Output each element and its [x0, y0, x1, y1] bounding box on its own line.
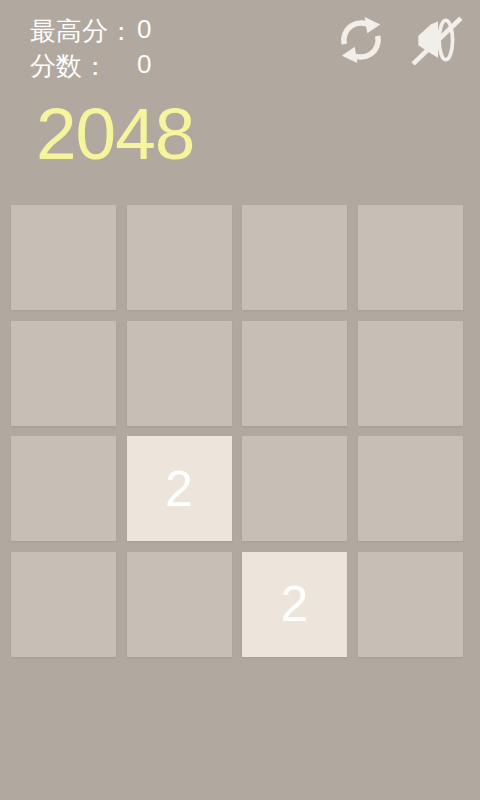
board-cell-r3c3 — [358, 552, 463, 657]
board-cell-r1c0 — [11, 321, 116, 426]
game-board[interactable]: 2 2 — [11, 205, 463, 657]
board-cell-r2c1: 2 — [127, 436, 232, 541]
scoreboard: 最高分： 0 分数： 0 — [30, 14, 250, 84]
best-score-row: 最高分： 0 — [30, 14, 250, 49]
board-cell-r3c2: 2 — [242, 552, 347, 657]
board-cell-r0c0 — [11, 205, 116, 310]
refresh-icon — [336, 15, 386, 65]
board-cell-r0c3 — [358, 205, 463, 310]
board-cell-r1c2 — [242, 321, 347, 426]
game-title: 2048 — [36, 97, 194, 170]
board-cell-r3c1 — [127, 552, 232, 657]
mute-button[interactable] — [410, 13, 464, 67]
board-cell-r3c0 — [11, 552, 116, 657]
sound-off-icon — [410, 13, 464, 67]
current-score-label: 分数： — [30, 49, 108, 84]
board-cell-r2c0 — [11, 436, 116, 541]
board-cell-r0c1 — [127, 205, 232, 310]
best-score-label: 最高分： — [30, 14, 134, 49]
game-screen: 最高分： 0 分数： 0 2048 — [0, 0, 480, 800]
best-score-value: 0 — [137, 14, 151, 45]
board-cell-r1c1 — [127, 321, 232, 426]
current-score-row: 分数： 0 — [30, 49, 250, 84]
board-cell-r2c2 — [242, 436, 347, 541]
current-score-value: 0 — [137, 49, 151, 80]
board-cell-r2c3 — [358, 436, 463, 541]
board-cell-r1c3 — [358, 321, 463, 426]
restart-button[interactable] — [336, 15, 386, 65]
board-cell-r0c2 — [242, 205, 347, 310]
